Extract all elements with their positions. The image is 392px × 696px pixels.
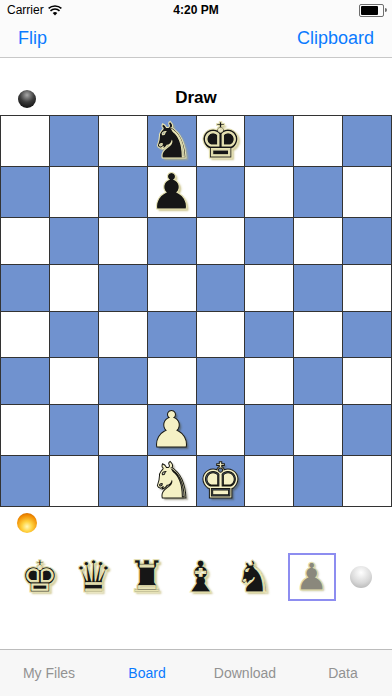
clipboard-button[interactable]: Clipboard [297, 28, 374, 49]
square-g7[interactable] [294, 167, 342, 217]
square-c3[interactable] [99, 358, 147, 404]
battery-icon [359, 4, 384, 17]
indicator-row [0, 507, 392, 539]
square-g8[interactable] [294, 116, 342, 166]
square-f6[interactable] [245, 218, 293, 264]
picker-knight[interactable]: ♞ [234, 555, 273, 599]
spacer [0, 603, 392, 649]
tab-board[interactable]: Board [98, 650, 196, 696]
white-pawn[interactable]: ♟ [149, 405, 194, 455]
square-b2[interactable] [50, 405, 98, 455]
tab-my-files[interactable]: My Files [0, 650, 98, 696]
square-h1[interactable] [343, 456, 391, 506]
square-h4[interactable] [343, 312, 391, 358]
square-f7[interactable] [245, 167, 293, 217]
square-d8[interactable]: ♞ [148, 116, 196, 166]
square-d5[interactable] [148, 265, 196, 311]
square-a1[interactable] [1, 456, 49, 506]
square-d6[interactable] [148, 218, 196, 264]
square-f2[interactable] [245, 405, 293, 455]
chess-board[interactable]: ♞♚♟♟♞♚ [0, 115, 392, 507]
battery-cap [385, 8, 387, 12]
picker-pawn[interactable]: ♟ [295, 558, 329, 596]
black-king[interactable]: ♚ [198, 116, 243, 166]
square-a3[interactable] [1, 358, 49, 404]
square-e3[interactable] [197, 358, 245, 404]
carrier-label: Carrier [7, 3, 44, 17]
square-f8[interactable] [245, 116, 293, 166]
wifi-icon [48, 5, 62, 16]
white-king[interactable]: ♚ [198, 456, 243, 506]
square-f3[interactable] [245, 358, 293, 404]
square-g1[interactable] [294, 456, 342, 506]
piece-picker: ♚♛♜♝♞♟ [0, 551, 392, 603]
square-b6[interactable] [50, 218, 98, 264]
orange-ball-indicator [17, 513, 37, 533]
black-knight[interactable]: ♞ [149, 116, 194, 166]
square-g6[interactable] [294, 218, 342, 264]
flip-button[interactable]: Flip [18, 28, 47, 49]
square-c5[interactable] [99, 265, 147, 311]
square-h8[interactable] [343, 116, 391, 166]
square-b1[interactable] [50, 456, 98, 506]
square-a7[interactable] [1, 167, 49, 217]
square-d7[interactable]: ♟ [148, 167, 196, 217]
square-c6[interactable] [99, 218, 147, 264]
square-h2[interactable] [343, 405, 391, 455]
tab-data[interactable]: Data [294, 650, 392, 696]
picker-queen[interactable]: ♛ [74, 555, 113, 599]
square-c7[interactable] [99, 167, 147, 217]
picker-selected-box[interactable]: ♟ [288, 553, 336, 601]
square-f4[interactable] [245, 312, 293, 358]
square-a2[interactable] [1, 405, 49, 455]
square-a4[interactable] [1, 312, 49, 358]
tab-bar: My Files Board Download Data [0, 649, 392, 696]
nav-bar: Flip Clipboard [0, 20, 392, 58]
square-d4[interactable] [148, 312, 196, 358]
picker-king[interactable]: ♚ [20, 555, 59, 599]
square-e6[interactable] [197, 218, 245, 264]
square-a5[interactable] [1, 265, 49, 311]
square-d3[interactable] [148, 358, 196, 404]
square-b3[interactable] [50, 358, 98, 404]
square-h5[interactable] [343, 265, 391, 311]
picker-bishop[interactable]: ♝ [181, 555, 220, 599]
square-b7[interactable] [50, 167, 98, 217]
tab-download[interactable]: Download [196, 650, 294, 696]
square-c4[interactable] [99, 312, 147, 358]
black-pawn[interactable]: ♟ [149, 167, 194, 217]
square-c8[interactable] [99, 116, 147, 166]
square-e7[interactable] [197, 167, 245, 217]
square-d2[interactable]: ♟ [148, 405, 196, 455]
square-h3[interactable] [343, 358, 391, 404]
square-f1[interactable] [245, 456, 293, 506]
square-g5[interactable] [294, 265, 342, 311]
square-b4[interactable] [50, 312, 98, 358]
white-knight[interactable]: ♞ [149, 456, 194, 506]
square-c1[interactable] [99, 456, 147, 506]
square-g3[interactable] [294, 358, 342, 404]
result-row: Draw [0, 58, 392, 115]
square-e5[interactable] [197, 265, 245, 311]
square-e8[interactable]: ♚ [197, 116, 245, 166]
square-e1[interactable]: ♚ [197, 456, 245, 506]
square-h6[interactable] [343, 218, 391, 264]
picker-silver-ball[interactable] [350, 566, 372, 588]
square-c2[interactable] [99, 405, 147, 455]
status-bar: Carrier 4:20 PM [0, 0, 392, 20]
square-e2[interactable] [197, 405, 245, 455]
square-e4[interactable] [197, 312, 245, 358]
square-h7[interactable] [343, 167, 391, 217]
square-g2[interactable] [294, 405, 342, 455]
picker-rook[interactable]: ♜ [127, 555, 166, 599]
result-label: Draw [0, 88, 392, 108]
square-f5[interactable] [245, 265, 293, 311]
square-a6[interactable] [1, 218, 49, 264]
square-a8[interactable] [1, 116, 49, 166]
square-b5[interactable] [50, 265, 98, 311]
square-g4[interactable] [294, 312, 342, 358]
square-d1[interactable]: ♞ [148, 456, 196, 506]
square-b8[interactable] [50, 116, 98, 166]
